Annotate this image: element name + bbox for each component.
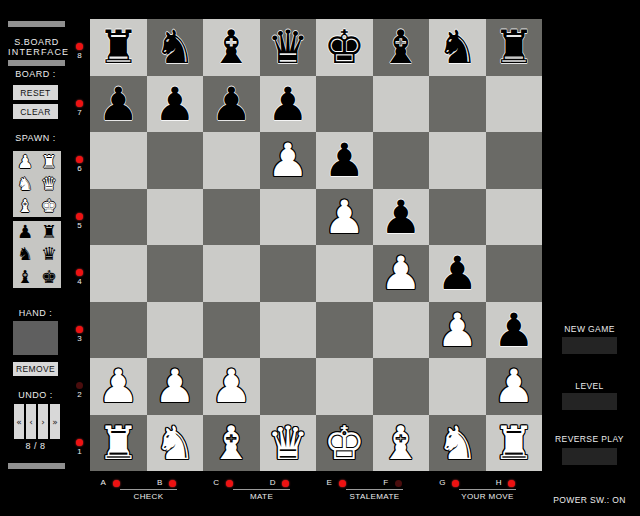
square-f7[interactable] [373,76,430,133]
square-h1[interactable]: ♜ [486,415,543,472]
square-f1[interactable]: ♝ [373,415,430,472]
new-game-label: NEW GAME [540,324,639,334]
rank-indicator-1: 1 [69,439,90,456]
undo-button-row: «‹›» [14,404,60,439]
black-pawn: ♟ [98,81,139,127]
white-pawn: ♟ [493,363,534,409]
square-h7[interactable] [486,76,543,133]
spawn-black-knight-button[interactable]: ♞ [13,243,37,265]
square-h2[interactable]: ♟ [486,358,543,415]
square-d6[interactable]: ♟ [260,132,317,189]
spawn-black-rook-button[interactable]: ♜ [37,221,61,243]
square-b8[interactable]: ♞ [147,19,204,76]
rank-coordinate: 3 [77,334,81,343]
undo-first-button[interactable]: « [14,404,24,439]
square-c7[interactable]: ♟ [203,76,260,133]
square-g5[interactable] [429,189,486,246]
square-a7[interactable]: ♟ [90,76,147,133]
rank-indicator-7: 7 [69,100,90,117]
black-king: ♚ [324,24,365,70]
black-pawn: ♟ [380,194,421,240]
square-e8[interactable]: ♚ [316,19,373,76]
square-d5[interactable] [260,189,317,246]
white-pawn: ♟ [17,153,33,171]
status-label-check: CHECK [133,492,163,501]
square-a5[interactable] [90,189,147,246]
black-pawn: ♟ [154,81,195,127]
square-b3[interactable] [147,302,204,359]
square-a3[interactable] [90,302,147,359]
file-led-d [282,480,289,487]
rank-coordinate: 2 [77,390,81,399]
black-king: ♚ [41,268,57,286]
file-coordinate: E [327,478,332,487]
divider-bar-top [8,21,65,27]
square-g4[interactable]: ♟ [429,245,486,302]
rank-indicator-8: 8 [69,43,90,60]
level-label: LEVEL [540,381,639,391]
file-led-c [226,480,233,487]
new-game-button[interactable] [562,337,617,354]
square-c2[interactable]: ♟ [203,358,260,415]
black-knight: ♞ [17,245,33,263]
reset-button[interactable]: RESET [13,85,58,100]
square-f8[interactable]: ♝ [373,19,430,76]
spawn-black-pawn-button[interactable]: ♟ [13,221,37,243]
rank-coordinate: 6 [77,164,81,173]
level-button[interactable] [562,393,617,410]
square-e3[interactable] [316,302,373,359]
rank-coordinate: 8 [77,51,81,60]
white-bishop: ♝ [17,197,33,215]
rank-indicator-6: 6 [69,156,90,173]
file-coordinate: A [101,478,106,487]
square-h5[interactable] [486,189,543,246]
status-label-your-move: YOUR MOVE [461,492,514,501]
rank-coordinate: 7 [77,108,81,117]
divider-bar-title [8,60,65,66]
white-pawn: ♟ [98,363,139,409]
square-e7[interactable] [316,76,373,133]
square-e5[interactable]: ♟ [316,189,373,246]
spawn-black-king-button[interactable]: ♚ [37,266,61,288]
square-a4[interactable] [90,245,147,302]
square-h8[interactable]: ♜ [486,19,543,76]
white-rook: ♜ [41,153,57,171]
spawn-white-knight-button[interactable]: ♞ [13,173,37,195]
square-a6[interactable] [90,132,147,189]
square-g2[interactable] [429,358,486,415]
rank-coordinate: 5 [77,221,81,230]
divider-bar-bottom [8,463,65,469]
square-g1[interactable]: ♞ [429,415,486,472]
rank-led-1 [76,439,83,446]
file-led-h [508,480,515,487]
sensor-board-interface: S.BOARD INTERFACE BOARD : RESET CLEAR SP… [0,0,640,516]
black-bishop: ♝ [17,268,33,286]
square-c6[interactable] [203,132,260,189]
hand-section-label: HAND : [13,308,58,318]
board-section-label: BOARD : [13,69,58,79]
square-e6[interactable]: ♟ [316,132,373,189]
black-pawn: ♟ [437,250,478,296]
square-g3[interactable]: ♟ [429,302,486,359]
rank-indicator-3: 3 [69,326,90,343]
square-d8[interactable]: ♛ [260,19,317,76]
file-led-f [395,480,402,487]
file-coordinate: C [213,478,219,487]
square-c4[interactable] [203,245,260,302]
clear-button[interactable]: CLEAR [13,104,58,119]
rank-indicator-2: 2 [69,382,90,399]
white-bishop: ♝ [380,420,421,466]
square-f3[interactable] [373,302,430,359]
square-f4[interactable]: ♟ [373,245,430,302]
reverse-play-label: REVERSE PLAY [540,434,639,444]
black-pawn: ♟ [17,223,33,241]
white-rook: ♜ [98,420,139,466]
power-switch-label: POWER SW.: ON [540,495,639,505]
black-pawn: ♟ [493,307,534,353]
file-led-e [339,480,346,487]
square-f2[interactable] [373,358,430,415]
remove-button[interactable]: REMOVE [13,362,58,376]
square-h3[interactable]: ♟ [486,302,543,359]
status-underline [120,489,177,490]
square-g8[interactable]: ♞ [429,19,486,76]
file-coordinate: G [439,478,445,487]
black-pawn: ♟ [267,81,308,127]
black-pawn: ♟ [211,81,252,127]
white-pawn: ♟ [211,363,252,409]
square-e4[interactable] [316,245,373,302]
rank-coordinate: 4 [77,277,81,286]
square-b1[interactable]: ♞ [147,415,204,472]
white-king: ♚ [41,197,57,215]
spawn-white-king-button[interactable]: ♚ [37,195,61,217]
board: ♜♞♝♛♚♝♞♜♟♟♟♟♟♟♟♟♟♟♟♟♟♟♟♟♜♞♝♛♚♝♞♜ [90,19,542,471]
file-coordinate: D [270,478,276,487]
white-knight: ♞ [154,420,195,466]
square-a1[interactable]: ♜ [90,415,147,472]
black-pawn: ♟ [324,137,365,183]
spawn-white-bishop-button[interactable]: ♝ [13,195,37,217]
reverse-play-button[interactable] [562,448,617,465]
white-pawn: ♟ [267,137,308,183]
white-king: ♚ [324,420,365,466]
square-e1[interactable]: ♚ [316,415,373,472]
rank-coordinate: 1 [77,447,81,456]
rank-led-5 [76,213,83,220]
square-b5[interactable] [147,189,204,246]
panel-title-line1: S.BOARD [8,37,65,47]
file-led-b [169,480,176,487]
black-knight: ♞ [154,24,195,70]
undo-forward-button[interactable]: › [38,404,48,439]
white-queen: ♛ [41,175,57,193]
white-bishop: ♝ [211,420,252,466]
square-g6[interactable] [429,132,486,189]
spawn-white-rook-button[interactable]: ♜ [37,151,61,173]
square-c5[interactable] [203,189,260,246]
spawn-section-label: SPAWN : [13,133,58,143]
white-knight: ♞ [17,175,33,193]
square-f6[interactable] [373,132,430,189]
spawn-white-queen-button[interactable]: ♛ [37,173,61,195]
undo-back-button[interactable]: ‹ [26,404,36,439]
file-coordinate: B [157,478,162,487]
square-e2[interactable] [316,358,373,415]
square-d2[interactable] [260,358,317,415]
square-g7[interactable] [429,76,486,133]
black-rook: ♜ [493,24,534,70]
rank-led-3 [76,326,83,333]
hand-slot [13,321,58,355]
rank-led-8 [76,43,83,50]
square-h6[interactable] [486,132,543,189]
black-rook: ♜ [98,24,139,70]
square-d1[interactable]: ♛ [260,415,317,472]
square-f5[interactable]: ♟ [373,189,430,246]
white-queen: ♛ [267,420,308,466]
spawn-white-box: ♟♜♞♛♝♚ [13,151,61,217]
spawn-black-bishop-button[interactable]: ♝ [13,266,37,288]
undo-last-button[interactable]: » [50,404,60,439]
file-led-g [452,480,459,487]
undo-counter: 8 / 8 [13,441,58,451]
status-label-stalemate: STALEMATE [350,492,400,501]
panel-title-line2: INTERFACE [8,47,65,57]
square-c1[interactable]: ♝ [203,415,260,472]
black-queen: ♛ [267,24,308,70]
black-queen: ♛ [41,245,57,263]
white-rook: ♜ [493,420,534,466]
rank-indicator-5: 5 [69,213,90,230]
square-a2[interactable]: ♟ [90,358,147,415]
white-knight: ♞ [437,420,478,466]
white-pawn: ♟ [324,194,365,240]
square-b7[interactable]: ♟ [147,76,204,133]
square-b6[interactable] [147,132,204,189]
square-c3[interactable] [203,302,260,359]
spawn-white-pawn-button[interactable]: ♟ [13,151,37,173]
black-knight: ♞ [437,24,478,70]
square-b2[interactable]: ♟ [147,358,204,415]
square-h4[interactable] [486,245,543,302]
spawn-black-box: ♟♜♞♛♝♚ [13,221,61,288]
white-pawn: ♟ [154,363,195,409]
rank-led-4 [76,269,83,276]
spawn-black-queen-button[interactable]: ♛ [37,243,61,265]
square-d4[interactable] [260,245,317,302]
square-a8[interactable]: ♜ [90,19,147,76]
rank-indicator-4: 4 [69,269,90,286]
status-underline [346,489,403,490]
square-d3[interactable] [260,302,317,359]
rank-led-2 [76,382,83,389]
black-rook: ♜ [41,223,57,241]
square-b4[interactable] [147,245,204,302]
square-d7[interactable]: ♟ [260,76,317,133]
white-pawn: ♟ [437,307,478,353]
white-pawn: ♟ [380,250,421,296]
square-c8[interactable]: ♝ [203,19,260,76]
status-underline [459,489,516,490]
black-bishop: ♝ [380,24,421,70]
undo-section-label: UNDO : [13,390,58,400]
status-underline [233,489,290,490]
file-led-a [113,480,120,487]
black-bishop: ♝ [211,24,252,70]
status-label-mate: MATE [250,492,273,501]
rank-led-6 [76,156,83,163]
file-coordinate: H [496,478,502,487]
rank-led-7 [76,100,83,107]
file-coordinate: F [383,478,388,487]
